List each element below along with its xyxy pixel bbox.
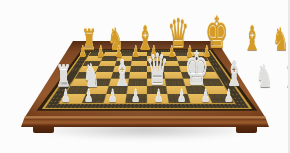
chess-set-photo: ♜♞♝♛♚♝♞♜ ♟♟♟♟♟♟♟♟ ♜♞♝♛♚♝♞♜ ♟♟♟♟♟♟♟♟ — [0, 0, 290, 153]
piece-row-silver-pawns: ♟♟♟♟♟♟♟♟ — [54, 95, 240, 105]
chess-piece-silver[interactable]: ♟ — [221, 88, 235, 105]
photo-edge-artifact — [288, 0, 290, 153]
chess-piece-gold[interactable]: ♞ — [273, 24, 290, 55]
chess-piece-gold[interactable]: ♝ — [243, 21, 261, 55]
board-foot-left — [33, 126, 54, 133]
chess-piece-silver[interactable]: ♟ — [128, 88, 142, 105]
chess-piece-gold[interactable]: ♟ — [131, 45, 142, 60]
chess-piece-silver[interactable]: ♟ — [105, 88, 119, 105]
chess-piece-silver[interactable]: ♞ — [256, 60, 273, 92]
chess-piece-silver[interactable]: ♟ — [82, 88, 96, 105]
chess-piece-silver[interactable]: ♟ — [198, 88, 212, 105]
chess-piece-silver[interactable]: ♟ — [59, 88, 73, 105]
chess-piece-silver[interactable]: ♟ — [175, 88, 189, 105]
chess-piece-silver[interactable]: ♟ — [152, 88, 166, 105]
board-foot-right — [236, 126, 257, 133]
